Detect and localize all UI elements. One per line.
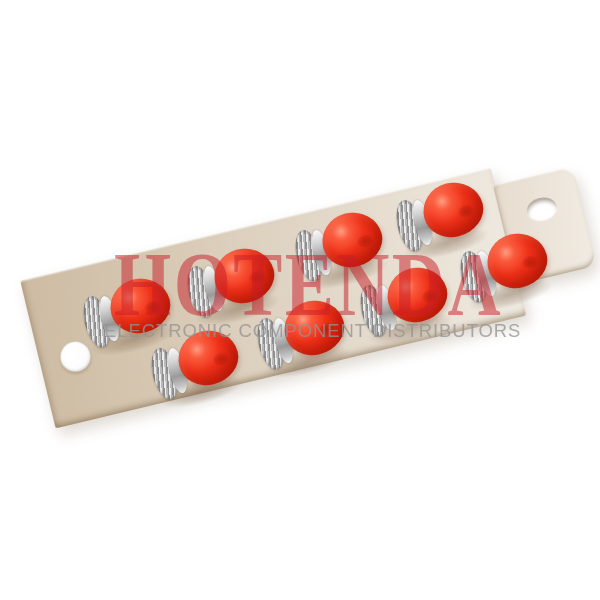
product-photo: HOTENDA ELECTRONIC COMPONENT DISTRIBUTOR… [0, 0, 600, 600]
cap-dimple [143, 299, 162, 315]
cap-dimple [211, 351, 230, 367]
cap-dimple [317, 321, 336, 337]
cap-dimple [355, 233, 374, 249]
adapters-layer [0, 0, 600, 600]
cap-dimple [456, 203, 475, 219]
cap-dimple [520, 254, 539, 270]
cap-dimple [420, 288, 439, 304]
cap-dimple [247, 269, 266, 285]
